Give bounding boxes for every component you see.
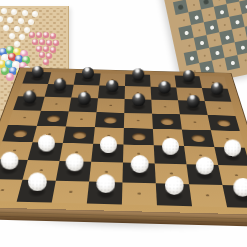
square-center-mark	[218, 108, 221, 110]
square-f6	[151, 100, 180, 115]
black-piece	[182, 69, 194, 81]
square-c4	[63, 126, 95, 143]
square-b7	[45, 84, 74, 97]
square-center-mark	[193, 121, 196, 123]
photo-frame	[0, 0, 247, 247]
square-e6	[124, 99, 152, 114]
square-a4	[2, 125, 37, 142]
square-d1	[87, 182, 123, 205]
square-center-mark	[0, 189, 4, 191]
square-f5	[152, 114, 182, 130]
square-center-mark	[105, 171, 109, 173]
white-piece	[223, 139, 241, 157]
square-g1	[189, 184, 227, 207]
square-h1	[222, 185, 247, 208]
square-b1	[17, 180, 56, 203]
square-h7	[202, 88, 231, 102]
checkers-grid	[0, 72, 247, 209]
checkers-board-scene	[0, 0, 247, 247]
marble-hole	[132, 133, 145, 141]
white-piece	[195, 156, 213, 174]
white-piece	[0, 151, 18, 169]
marble-hole	[160, 118, 173, 125]
white-piece	[130, 155, 148, 173]
square-c1	[52, 181, 89, 204]
black-piece	[81, 67, 93, 79]
square-a2	[0, 159, 28, 180]
square-g4	[182, 130, 215, 147]
square-center-mark	[137, 192, 141, 194]
square-center-mark	[55, 103, 58, 105]
square-center-mark	[80, 118, 83, 120]
black-piece	[23, 90, 36, 103]
square-e8	[125, 74, 151, 87]
square-a5	[8, 110, 41, 126]
square-center-mark	[13, 150, 17, 152]
marble-hole	[191, 134, 206, 142]
square-h3	[214, 147, 247, 166]
black-piece	[186, 94, 199, 107]
square-b6	[41, 97, 71, 112]
square-d7	[98, 85, 125, 99]
square-center-mark	[40, 169, 44, 171]
square-center-mark	[69, 191, 73, 193]
square-center-mark	[109, 105, 112, 107]
square-center-mark	[170, 172, 174, 174]
square-f7	[151, 87, 178, 101]
square-a6	[13, 96, 44, 111]
black-piece	[132, 68, 144, 80]
square-center-mark	[206, 194, 210, 196]
square-g8	[175, 75, 202, 88]
marble-hole	[72, 131, 86, 139]
white-piece	[161, 137, 179, 155]
square-d5	[95, 112, 124, 128]
white-piece	[164, 175, 183, 194]
square-center-mark	[235, 174, 239, 176]
square-d3	[91, 144, 123, 163]
black-piece	[105, 79, 118, 92]
square-b5	[37, 111, 69, 127]
square-center-mark	[164, 106, 167, 108]
white-piece	[37, 134, 55, 152]
white-piece	[99, 136, 117, 154]
square-e1	[122, 182, 157, 205]
square-e2	[122, 163, 155, 184]
square-h6	[205, 101, 236, 116]
white-piece	[27, 172, 46, 191]
black-piece	[53, 78, 66, 91]
marble-hole	[216, 119, 230, 126]
square-c2	[56, 161, 91, 182]
marble-hole	[46, 115, 60, 122]
square-center-mark	[137, 120, 140, 122]
square-c8	[74, 73, 101, 86]
square-g5	[180, 114, 211, 130]
black-piece	[77, 91, 90, 104]
square-f1	[156, 183, 192, 206]
square-g6	[178, 100, 208, 115]
marble-hole	[103, 116, 116, 123]
black-piece	[132, 93, 145, 106]
marble-hole	[12, 130, 28, 138]
checkers-board	[0, 68, 247, 217]
square-b3	[28, 142, 63, 161]
black-piece	[31, 65, 43, 77]
square-d6	[96, 98, 124, 113]
square-a8	[22, 72, 51, 84]
square-g2	[186, 164, 222, 185]
white-piece	[65, 153, 83, 171]
square-h5	[208, 115, 240, 131]
square-c5	[66, 111, 97, 127]
square-f3	[154, 145, 187, 164]
square-c6	[69, 98, 98, 113]
black-piece	[210, 82, 223, 95]
square-e5	[124, 113, 153, 129]
square-center-mark	[23, 117, 26, 119]
square-e4	[123, 128, 153, 145]
white-piece	[96, 174, 115, 193]
black-piece	[158, 81, 171, 94]
